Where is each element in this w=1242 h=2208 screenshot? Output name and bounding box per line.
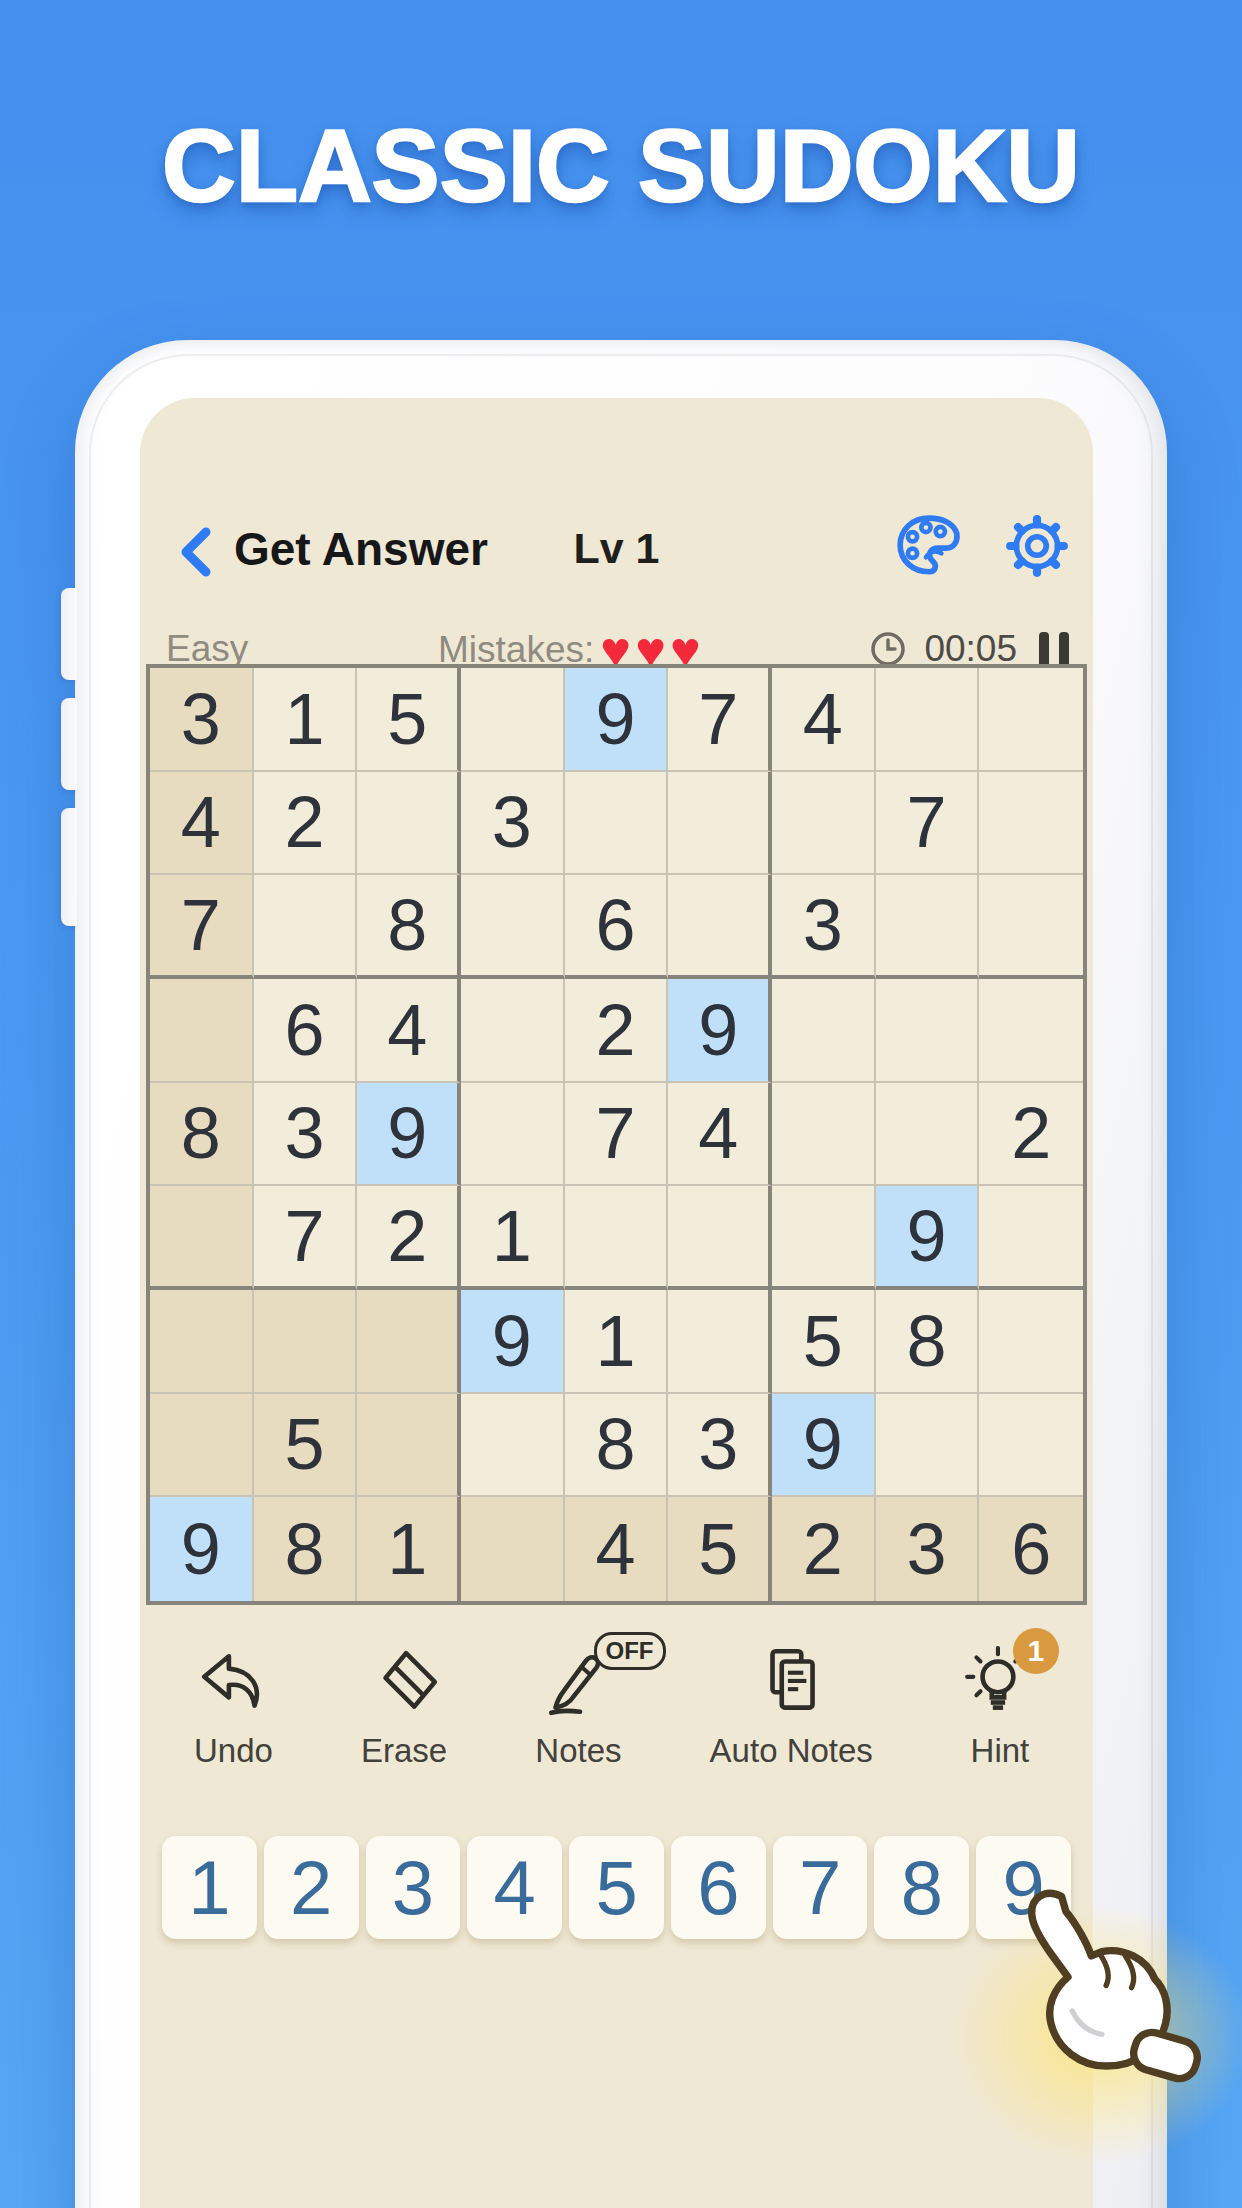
sudoku-cell-r2c6[interactable]: [668, 772, 772, 876]
sudoku-cell-r7c1[interactable]: [150, 1290, 254, 1394]
undo-icon: [194, 1644, 272, 1722]
sudoku-cell-r1c4[interactable]: [461, 668, 565, 772]
auto-notes-icon: [752, 1644, 830, 1722]
sudoku-cell-r2c3[interactable]: [357, 772, 461, 876]
sudoku-cell-r5c7[interactable]: [772, 1083, 876, 1187]
game-screen: Get Answer Lv 1: [140, 398, 1093, 2208]
sudoku-cell-r6c2[interactable]: 7: [254, 1186, 358, 1290]
sudoku-cell-r4c3[interactable]: 4: [357, 979, 461, 1083]
sudoku-cell-r8c3[interactable]: [357, 1394, 461, 1498]
sudoku-cell-r5c1[interactable]: 8: [150, 1083, 254, 1187]
sudoku-cell-r4c4[interactable]: [461, 979, 565, 1083]
sudoku-cell-r7c3[interactable]: [357, 1290, 461, 1394]
auto-notes-button[interactable]: Auto Notes: [710, 1644, 873, 1770]
sudoku-cell-r2c2[interactable]: 2: [254, 772, 358, 876]
sudoku-cell-r8c5[interactable]: 8: [565, 1394, 669, 1498]
sudoku-cell-r1c5[interactable]: 9: [565, 668, 669, 772]
phone-side-button: [61, 698, 77, 790]
sudoku-cell-r1c8[interactable]: [876, 668, 980, 772]
sudoku-cell-r2c8[interactable]: 7: [876, 772, 980, 876]
sudoku-cell-r9c5[interactable]: 4: [565, 1497, 669, 1601]
sudoku-cell-r3c1[interactable]: 7: [150, 875, 254, 979]
sudoku-cell-r3c6[interactable]: [668, 875, 772, 979]
sudoku-cell-r7c2[interactable]: [254, 1290, 358, 1394]
numpad-5[interactable]: 5: [569, 1836, 664, 1939]
sudoku-cell-r3c9[interactable]: [979, 875, 1083, 979]
tool-label: Auto Notes: [710, 1732, 873, 1770]
theme-palette-icon[interactable]: [895, 512, 963, 580]
hint-count-badge: 1: [1013, 1628, 1059, 1674]
hand-cursor-icon: [998, 1888, 1210, 2100]
numpad-8[interactable]: 8: [874, 1836, 969, 1939]
sudoku-cell-r3c4[interactable]: [461, 875, 565, 979]
sudoku-cell-r2c5[interactable]: [565, 772, 669, 876]
sudoku-cell-r7c4[interactable]: 9: [461, 1290, 565, 1394]
erase-button[interactable]: Erase: [361, 1644, 447, 1770]
undo-button[interactable]: Undo: [194, 1644, 273, 1770]
sudoku-cell-r5c2[interactable]: 3: [254, 1083, 358, 1187]
promo-screenshot: CLASSIC SUDOKU Get Answer Lv 1: [0, 0, 1242, 2208]
hint-button[interactable]: 1 Hint: [961, 1644, 1039, 1770]
sudoku-cell-r2c4[interactable]: 3: [461, 772, 565, 876]
sudoku-cell-r8c9[interactable]: [979, 1394, 1083, 1498]
sudoku-cell-r6c7[interactable]: [772, 1186, 876, 1290]
sudoku-cell-r6c4[interactable]: 1: [461, 1186, 565, 1290]
sudoku-cell-r9c2[interactable]: 8: [254, 1497, 358, 1601]
sudoku-cell-r1c1[interactable]: 3: [150, 668, 254, 772]
sudoku-board: 3159744237786364298397427219915858399814…: [146, 664, 1087, 1605]
notes-button[interactable]: OFF Notes: [535, 1644, 621, 1770]
sudoku-cell-r6c6[interactable]: [668, 1186, 772, 1290]
page-title: Get Answer: [234, 522, 488, 576]
tool-label: Hint: [971, 1732, 1030, 1770]
sudoku-cell-r9c9[interactable]: 6: [979, 1497, 1083, 1601]
sudoku-cell-r9c6[interactable]: 5: [668, 1497, 772, 1601]
tool-label: Notes: [535, 1732, 621, 1770]
tool-label: Undo: [194, 1732, 273, 1770]
sudoku-cell-r4c5[interactable]: 2: [565, 979, 669, 1083]
sudoku-cell-r7c9[interactable]: [979, 1290, 1083, 1394]
numpad-4[interactable]: 4: [467, 1836, 562, 1939]
sudoku-cell-r9c3[interactable]: 1: [357, 1497, 461, 1601]
sudoku-cell-r6c9[interactable]: [979, 1186, 1083, 1290]
sudoku-cell-r8c4[interactable]: [461, 1394, 565, 1498]
numpad-2[interactable]: 2: [264, 1836, 359, 1939]
notes-off-badge: OFF: [594, 1632, 666, 1670]
numpad-1[interactable]: 1: [162, 1836, 257, 1939]
sudoku-cell-r4c2[interactable]: 6: [254, 979, 358, 1083]
sudoku-cell-r1c6[interactable]: 7: [668, 668, 772, 772]
sudoku-cell-r4c8[interactable]: [876, 979, 980, 1083]
sudoku-cell-r3c2[interactable]: [254, 875, 358, 979]
sudoku-cell-r1c9[interactable]: [979, 668, 1083, 772]
sudoku-cell-r6c8[interactable]: 9: [876, 1186, 980, 1290]
sudoku-cell-r5c5[interactable]: 7: [565, 1083, 669, 1187]
sudoku-cell-r7c5[interactable]: 1: [565, 1290, 669, 1394]
sudoku-cell-r4c7[interactable]: [772, 979, 876, 1083]
sudoku-cell-r3c8[interactable]: [876, 875, 980, 979]
sudoku-cell-r1c2[interactable]: 1: [254, 668, 358, 772]
sudoku-cell-r7c7[interactable]: 5: [772, 1290, 876, 1394]
sudoku-cell-r3c7[interactable]: 3: [772, 875, 876, 979]
sudoku-cell-r8c2[interactable]: 5: [254, 1394, 358, 1498]
phone-side-button: [61, 588, 77, 680]
sudoku-cell-r5c4[interactable]: [461, 1083, 565, 1187]
header: Get Answer Lv 1: [140, 510, 1093, 594]
sudoku-cell-r1c3[interactable]: 5: [357, 668, 461, 772]
numpad-3[interactable]: 3: [366, 1836, 461, 1939]
phone-side-button: [61, 808, 77, 926]
app-title: CLASSIC SUDOKU: [0, 108, 1242, 225]
sudoku-cell-r5c8[interactable]: [876, 1083, 980, 1187]
numpad-6[interactable]: 6: [671, 1836, 766, 1939]
sudoku-cell-r9c1[interactable]: 9: [150, 1497, 254, 1601]
sudoku-cell-r9c8[interactable]: 3: [876, 1497, 980, 1601]
sudoku-cell-r5c6[interactable]: 4: [668, 1083, 772, 1187]
level-label: Lv 1: [573, 524, 659, 573]
back-icon[interactable]: [174, 524, 218, 580]
clock-icon: [868, 629, 908, 669]
sudoku-cell-r2c1[interactable]: 4: [150, 772, 254, 876]
sudoku-cell-r9c7[interactable]: 2: [772, 1497, 876, 1601]
number-pad: 123456789: [162, 1836, 1071, 1939]
sudoku-cell-r2c7[interactable]: [772, 772, 876, 876]
sudoku-cell-r1c7[interactable]: 4: [772, 668, 876, 772]
tool-label: Erase: [361, 1732, 447, 1770]
settings-gear-icon[interactable]: [1003, 512, 1071, 580]
sudoku-cell-r6c1[interactable]: [150, 1186, 254, 1290]
sudoku-cell-r7c6[interactable]: [668, 1290, 772, 1394]
sudoku-cell-r3c3[interactable]: 8: [357, 875, 461, 979]
sudoku-cell-r2c9[interactable]: [979, 772, 1083, 876]
sudoku-cell-r6c3[interactable]: 2: [357, 1186, 461, 1290]
toolbar: Undo Erase OFF Notes: [150, 1644, 1083, 1770]
sudoku-cell-r6c5[interactable]: [565, 1186, 669, 1290]
sudoku-cell-r5c3[interactable]: 9: [357, 1083, 461, 1187]
erase-icon: [365, 1644, 443, 1722]
sudoku-cell-r3c5[interactable]: 6: [565, 875, 669, 979]
sudoku-cell-r8c8[interactable]: [876, 1394, 980, 1498]
sudoku-cell-r4c9[interactable]: [979, 979, 1083, 1083]
numpad-7[interactable]: 7: [773, 1836, 868, 1939]
sudoku-cell-r5c9[interactable]: 2: [979, 1083, 1083, 1187]
sudoku-cell-r8c7[interactable]: 9: [772, 1394, 876, 1498]
sudoku-cell-r7c8[interactable]: 8: [876, 1290, 980, 1394]
sudoku-cell-r4c6[interactable]: 9: [668, 979, 772, 1083]
sudoku-cell-r4c1[interactable]: [150, 979, 254, 1083]
sudoku-cell-r9c4[interactable]: [461, 1497, 565, 1601]
sudoku-cell-r8c6[interactable]: 3: [668, 1394, 772, 1498]
sudoku-cell-r8c1[interactable]: [150, 1394, 254, 1498]
